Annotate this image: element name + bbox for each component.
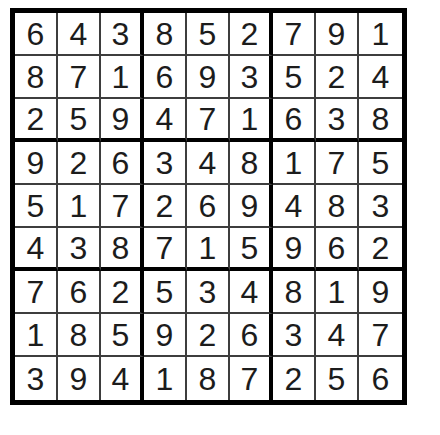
cell-r9c8[interactable]: 5 — [316, 357, 359, 400]
cell-r6c3[interactable]: 8 — [101, 228, 144, 271]
cell-r5c9[interactable]: 3 — [359, 185, 402, 228]
cell-r2c6[interactable]: 3 — [230, 56, 273, 99]
cell-r2c4[interactable]: 6 — [144, 56, 187, 99]
cell-r9c6[interactable]: 7 — [230, 357, 273, 400]
cell-r9c5[interactable]: 8 — [187, 357, 230, 400]
cell-r2c8[interactable]: 2 — [316, 56, 359, 99]
cell-r7c8[interactable]: 1 — [316, 271, 359, 314]
cell-r5c6[interactable]: 9 — [230, 185, 273, 228]
cell-r3c3[interactable]: 9 — [101, 99, 144, 142]
cell-r4c2[interactable]: 2 — [58, 142, 101, 185]
board-area: 6438527918716935242594716389263481755172… — [0, 0, 440, 405]
cell-r5c5[interactable]: 6 — [187, 185, 230, 228]
cell-r1c3[interactable]: 3 — [101, 13, 144, 56]
cell-r8c5[interactable]: 2 — [187, 314, 230, 357]
cell-r9c2[interactable]: 9 — [58, 357, 101, 400]
cell-r9c3[interactable]: 4 — [101, 357, 144, 400]
cell-r1c4[interactable]: 8 — [144, 13, 187, 56]
cell-r2c7[interactable]: 5 — [273, 56, 316, 99]
cell-r7c1[interactable]: 7 — [15, 271, 58, 314]
cell-r9c7[interactable]: 2 — [273, 357, 316, 400]
cell-r8c4[interactable]: 9 — [144, 314, 187, 357]
cell-r4c1[interactable]: 9 — [15, 142, 58, 185]
cell-r7c3[interactable]: 2 — [101, 271, 144, 314]
cell-r5c2[interactable]: 1 — [58, 185, 101, 228]
cell-r5c1[interactable]: 5 — [15, 185, 58, 228]
cell-r4c9[interactable]: 5 — [359, 142, 402, 185]
cell-r8c9[interactable]: 7 — [359, 314, 402, 357]
cell-r3c5[interactable]: 7 — [187, 99, 230, 142]
cell-r7c4[interactable]: 5 — [144, 271, 187, 314]
cell-r8c8[interactable]: 4 — [316, 314, 359, 357]
sudoku-board: 6438527918716935242594716389263481755172… — [10, 8, 407, 405]
cell-r5c4[interactable]: 2 — [144, 185, 187, 228]
cell-r5c3[interactable]: 7 — [101, 185, 144, 228]
cell-r8c6[interactable]: 6 — [230, 314, 273, 357]
cell-r9c4[interactable]: 1 — [144, 357, 187, 400]
cell-r6c9[interactable]: 2 — [359, 228, 402, 271]
cell-r1c9[interactable]: 1 — [359, 13, 402, 56]
cell-r2c1[interactable]: 8 — [15, 56, 58, 99]
cell-r6c8[interactable]: 6 — [316, 228, 359, 271]
cell-r4c7[interactable]: 1 — [273, 142, 316, 185]
cell-r4c6[interactable]: 8 — [230, 142, 273, 185]
cell-r4c3[interactable]: 6 — [101, 142, 144, 185]
cell-r8c3[interactable]: 5 — [101, 314, 144, 357]
cell-r3c6[interactable]: 1 — [230, 99, 273, 142]
cell-r7c6[interactable]: 4 — [230, 271, 273, 314]
cell-r3c1[interactable]: 2 — [15, 99, 58, 142]
cell-r6c2[interactable]: 3 — [58, 228, 101, 271]
cell-r1c2[interactable]: 4 — [58, 13, 101, 56]
cell-r1c5[interactable]: 5 — [187, 13, 230, 56]
cell-r3c8[interactable]: 3 — [316, 99, 359, 142]
cell-r4c4[interactable]: 3 — [144, 142, 187, 185]
cell-r3c2[interactable]: 5 — [58, 99, 101, 142]
cell-r4c5[interactable]: 4 — [187, 142, 230, 185]
cell-r9c1[interactable]: 3 — [15, 357, 58, 400]
cell-r7c7[interactable]: 8 — [273, 271, 316, 314]
cell-r2c9[interactable]: 4 — [359, 56, 402, 99]
cell-r3c7[interactable]: 6 — [273, 99, 316, 142]
cell-r4c8[interactable]: 7 — [316, 142, 359, 185]
cell-r8c7[interactable]: 3 — [273, 314, 316, 357]
cell-r6c4[interactable]: 7 — [144, 228, 187, 271]
cell-r3c9[interactable]: 8 — [359, 99, 402, 142]
cell-r6c1[interactable]: 4 — [15, 228, 58, 271]
cell-r9c9[interactable]: 6 — [359, 357, 402, 400]
cell-r6c7[interactable]: 9 — [273, 228, 316, 271]
cell-r7c5[interactable]: 3 — [187, 271, 230, 314]
cell-r7c9[interactable]: 9 — [359, 271, 402, 314]
cell-r1c8[interactable]: 9 — [316, 13, 359, 56]
cell-r7c2[interactable]: 6 — [58, 271, 101, 314]
cell-r1c7[interactable]: 7 — [273, 13, 316, 56]
cell-r2c5[interactable]: 9 — [187, 56, 230, 99]
cell-r6c5[interactable]: 1 — [187, 228, 230, 271]
cell-r2c2[interactable]: 7 — [58, 56, 101, 99]
cell-r5c7[interactable]: 4 — [273, 185, 316, 228]
cell-r8c2[interactable]: 8 — [58, 314, 101, 357]
cell-r8c1[interactable]: 1 — [15, 314, 58, 357]
cell-r3c4[interactable]: 4 — [144, 99, 187, 142]
cell-r6c6[interactable]: 5 — [230, 228, 273, 271]
cell-r5c8[interactable]: 8 — [316, 185, 359, 228]
cell-r2c3[interactable]: 1 — [101, 56, 144, 99]
cell-r1c1[interactable]: 6 — [15, 13, 58, 56]
cell-r1c6[interactable]: 2 — [230, 13, 273, 56]
